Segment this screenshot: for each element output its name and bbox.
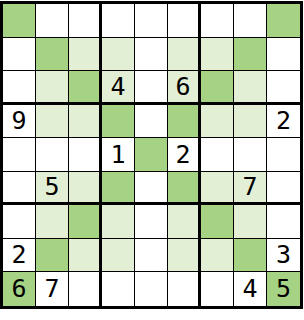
cell-r9c7[interactable]: [201, 272, 234, 306]
cell-r6c5[interactable]: [135, 172, 168, 206]
cell-r8c2[interactable]: [36, 239, 69, 273]
cell-r5c4[interactable]: 1: [102, 138, 135, 172]
cell-r6c3[interactable]: [69, 172, 102, 206]
cell-r7c6[interactable]: [168, 205, 201, 239]
cell-r6c7[interactable]: [201, 172, 234, 206]
cell-r2c4[interactable]: [102, 38, 135, 72]
cell-r5c1[interactable]: [3, 138, 36, 172]
cell-r7c4[interactable]: [102, 205, 135, 239]
cell-r1c5[interactable]: [135, 4, 168, 38]
cell-r8c1[interactable]: 2: [3, 239, 36, 273]
cell-r4c2[interactable]: [36, 105, 69, 139]
cell-r5c9[interactable]: [267, 138, 300, 172]
cell-r5c3[interactable]: [69, 138, 102, 172]
cell-r5c6[interactable]: 2: [168, 138, 201, 172]
cell-r9c2[interactable]: 7: [36, 272, 69, 306]
cell-r9c4[interactable]: [102, 272, 135, 306]
cell-r2c3[interactable]: [69, 38, 102, 72]
cell-r9c5[interactable]: [135, 272, 168, 306]
cell-r1c4[interactable]: [102, 4, 135, 38]
cell-r3c4[interactable]: 4: [102, 71, 135, 105]
cell-r8c6[interactable]: [168, 239, 201, 273]
cell-r1c7[interactable]: [201, 4, 234, 38]
cell-r3c1[interactable]: [3, 71, 36, 105]
cell-r4c1[interactable]: 9: [3, 105, 36, 139]
cell-r6c8[interactable]: 7: [234, 172, 267, 206]
cell-r3c2[interactable]: [36, 71, 69, 105]
cell-r4c3[interactable]: [69, 105, 102, 139]
sudoku-board: 46921257236745: [0, 1, 303, 309]
cell-r2c2[interactable]: [36, 38, 69, 72]
cell-r9c1[interactable]: 6: [3, 272, 36, 306]
cell-r7c2[interactable]: [36, 205, 69, 239]
cell-r3c5[interactable]: [135, 71, 168, 105]
cell-r4c7[interactable]: [201, 105, 234, 139]
cell-r6c6[interactable]: [168, 172, 201, 206]
cell-r2c5[interactable]: [135, 38, 168, 72]
cell-r2c6[interactable]: [168, 38, 201, 72]
cell-r7c9[interactable]: [267, 205, 300, 239]
cell-r4c6[interactable]: [168, 105, 201, 139]
cell-r7c1[interactable]: [3, 205, 36, 239]
cell-r1c2[interactable]: [36, 4, 69, 38]
cell-r5c7[interactable]: [201, 138, 234, 172]
cell-r3c7[interactable]: [201, 71, 234, 105]
cell-r8c4[interactable]: [102, 239, 135, 273]
cell-r1c8[interactable]: [234, 4, 267, 38]
cell-r8c8[interactable]: [234, 239, 267, 273]
cell-r3c6[interactable]: 6: [168, 71, 201, 105]
cell-r2c7[interactable]: [201, 38, 234, 72]
cell-r9c9[interactable]: 5: [267, 272, 300, 306]
cell-r5c2[interactable]: [36, 138, 69, 172]
cell-r8c3[interactable]: [69, 239, 102, 273]
cell-r4c9[interactable]: 2: [267, 105, 300, 139]
cell-r8c7[interactable]: [201, 239, 234, 273]
cell-r1c1[interactable]: [3, 4, 36, 38]
cell-r7c5[interactable]: [135, 205, 168, 239]
cell-r2c8[interactable]: [234, 38, 267, 72]
cell-r6c9[interactable]: [267, 172, 300, 206]
cell-r7c3[interactable]: [69, 205, 102, 239]
cell-r3c8[interactable]: [234, 71, 267, 105]
cell-r1c3[interactable]: [69, 4, 102, 38]
cell-r3c9[interactable]: [267, 71, 300, 105]
cell-r6c2[interactable]: 5: [36, 172, 69, 206]
cell-r4c4[interactable]: [102, 105, 135, 139]
cell-r6c4[interactable]: [102, 172, 135, 206]
cell-r5c5[interactable]: [135, 138, 168, 172]
cell-r4c8[interactable]: [234, 105, 267, 139]
cell-r7c7[interactable]: [201, 205, 234, 239]
cell-r4c5[interactable]: [135, 105, 168, 139]
cell-r8c5[interactable]: [135, 239, 168, 273]
cell-r2c9[interactable]: [267, 38, 300, 72]
cell-r3c3[interactable]: [69, 71, 102, 105]
cell-r8c9[interactable]: 3: [267, 239, 300, 273]
cell-r9c8[interactable]: 4: [234, 272, 267, 306]
cell-r1c9[interactable]: [267, 4, 300, 38]
cell-r1c6[interactable]: [168, 4, 201, 38]
cell-r6c1[interactable]: [3, 172, 36, 206]
cell-r7c8[interactable]: [234, 205, 267, 239]
cell-r5c8[interactable]: [234, 138, 267, 172]
cell-r9c3[interactable]: [69, 272, 102, 306]
cell-r9c6[interactable]: [168, 272, 201, 306]
cell-r2c1[interactable]: [3, 38, 36, 72]
